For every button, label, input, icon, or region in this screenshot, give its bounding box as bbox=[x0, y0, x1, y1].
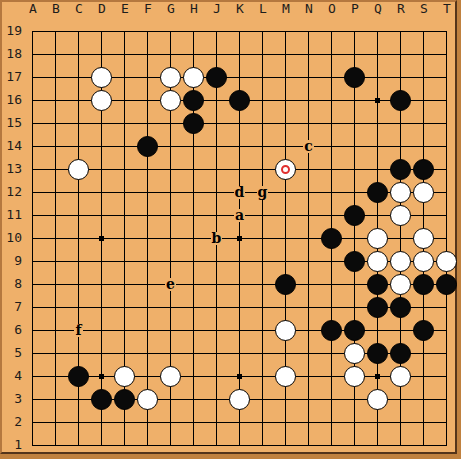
intersection-L13[interactable] bbox=[251, 158, 274, 181]
intersection-C3[interactable] bbox=[67, 388, 90, 411]
intersection-P13[interactable] bbox=[343, 158, 366, 181]
intersection-F11[interactable] bbox=[136, 204, 159, 227]
intersection-C1[interactable] bbox=[67, 434, 90, 457]
intersection-R6[interactable] bbox=[389, 319, 412, 342]
intersection-F16[interactable] bbox=[136, 89, 159, 112]
intersection-M14[interactable] bbox=[274, 135, 297, 158]
intersection-P18[interactable] bbox=[343, 43, 366, 66]
intersection-P3[interactable] bbox=[343, 388, 366, 411]
intersection-N5[interactable] bbox=[297, 342, 320, 365]
intersection-S8[interactable] bbox=[412, 273, 435, 296]
intersection-R2[interactable] bbox=[389, 411, 412, 434]
intersection-F15[interactable] bbox=[136, 112, 159, 135]
intersection-K13[interactable] bbox=[228, 158, 251, 181]
intersection-J14[interactable] bbox=[205, 135, 228, 158]
intersection-E3[interactable] bbox=[113, 388, 136, 411]
intersection-H7[interactable] bbox=[182, 296, 205, 319]
intersection-N2[interactable] bbox=[297, 411, 320, 434]
intersection-H16[interactable] bbox=[182, 89, 205, 112]
intersection-J10[interactable]: b bbox=[205, 227, 228, 250]
intersection-O17[interactable] bbox=[320, 66, 343, 89]
intersection-B12[interactable] bbox=[44, 181, 67, 204]
intersection-G15[interactable] bbox=[159, 112, 182, 135]
intersection-C17[interactable] bbox=[67, 66, 90, 89]
intersection-K4[interactable] bbox=[228, 365, 251, 388]
intersection-B10[interactable] bbox=[44, 227, 67, 250]
intersection-L6[interactable] bbox=[251, 319, 274, 342]
intersection-B18[interactable] bbox=[44, 43, 67, 66]
intersection-S1[interactable] bbox=[412, 434, 435, 457]
intersection-Q18[interactable] bbox=[366, 43, 389, 66]
intersection-M5[interactable] bbox=[274, 342, 297, 365]
intersection-N10[interactable] bbox=[297, 227, 320, 250]
intersection-L14[interactable] bbox=[251, 135, 274, 158]
intersection-G3[interactable] bbox=[159, 388, 182, 411]
intersection-D12[interactable] bbox=[90, 181, 113, 204]
intersection-Q17[interactable] bbox=[366, 66, 389, 89]
intersection-K19[interactable] bbox=[228, 20, 251, 43]
intersection-H10[interactable] bbox=[182, 227, 205, 250]
intersection-M10[interactable] bbox=[274, 227, 297, 250]
intersection-H13[interactable] bbox=[182, 158, 205, 181]
intersection-B7[interactable] bbox=[44, 296, 67, 319]
intersection-P8[interactable] bbox=[343, 273, 366, 296]
intersection-C7[interactable] bbox=[67, 296, 90, 319]
intersection-R5[interactable] bbox=[389, 342, 412, 365]
intersection-E1[interactable] bbox=[113, 434, 136, 457]
intersection-T7[interactable] bbox=[435, 296, 458, 319]
intersection-G13[interactable] bbox=[159, 158, 182, 181]
intersection-S12[interactable] bbox=[412, 181, 435, 204]
intersection-C8[interactable] bbox=[67, 273, 90, 296]
intersection-P5[interactable] bbox=[343, 342, 366, 365]
intersection-E2[interactable] bbox=[113, 411, 136, 434]
intersection-N14[interactable]: c bbox=[297, 135, 320, 158]
intersection-O16[interactable] bbox=[320, 89, 343, 112]
intersection-H11[interactable] bbox=[182, 204, 205, 227]
intersection-E11[interactable] bbox=[113, 204, 136, 227]
intersection-T2[interactable] bbox=[435, 411, 458, 434]
intersection-M17[interactable] bbox=[274, 66, 297, 89]
intersection-H15[interactable] bbox=[182, 112, 205, 135]
intersection-K5[interactable] bbox=[228, 342, 251, 365]
intersection-T15[interactable] bbox=[435, 112, 458, 135]
intersection-P4[interactable] bbox=[343, 365, 366, 388]
intersection-B14[interactable] bbox=[44, 135, 67, 158]
intersection-L7[interactable] bbox=[251, 296, 274, 319]
intersection-E13[interactable] bbox=[113, 158, 136, 181]
intersection-J4[interactable] bbox=[205, 365, 228, 388]
intersection-G7[interactable] bbox=[159, 296, 182, 319]
intersection-K15[interactable] bbox=[228, 112, 251, 135]
intersection-A3[interactable] bbox=[21, 388, 44, 411]
intersection-J17[interactable] bbox=[205, 66, 228, 89]
intersection-M13[interactable] bbox=[274, 158, 297, 181]
intersection-S13[interactable] bbox=[412, 158, 435, 181]
intersection-G12[interactable] bbox=[159, 181, 182, 204]
intersection-Q8[interactable] bbox=[366, 273, 389, 296]
intersection-P12[interactable] bbox=[343, 181, 366, 204]
intersection-N6[interactable] bbox=[297, 319, 320, 342]
intersection-R8[interactable] bbox=[389, 273, 412, 296]
intersection-H18[interactable] bbox=[182, 43, 205, 66]
intersection-E18[interactable] bbox=[113, 43, 136, 66]
intersection-D19[interactable] bbox=[90, 20, 113, 43]
intersection-F17[interactable] bbox=[136, 66, 159, 89]
intersection-C18[interactable] bbox=[67, 43, 90, 66]
intersection-D9[interactable] bbox=[90, 250, 113, 273]
intersection-H1[interactable] bbox=[182, 434, 205, 457]
intersection-A12[interactable] bbox=[21, 181, 44, 204]
intersection-O11[interactable] bbox=[320, 204, 343, 227]
intersection-T17[interactable] bbox=[435, 66, 458, 89]
intersection-N4[interactable] bbox=[297, 365, 320, 388]
intersection-A2[interactable] bbox=[21, 411, 44, 434]
intersection-K12[interactable]: d bbox=[228, 181, 251, 204]
intersection-L3[interactable] bbox=[251, 388, 274, 411]
intersection-J9[interactable] bbox=[205, 250, 228, 273]
intersection-P2[interactable] bbox=[343, 411, 366, 434]
intersection-G14[interactable] bbox=[159, 135, 182, 158]
intersection-D17[interactable] bbox=[90, 66, 113, 89]
intersection-D13[interactable] bbox=[90, 158, 113, 181]
intersection-M9[interactable] bbox=[274, 250, 297, 273]
intersection-R11[interactable] bbox=[389, 204, 412, 227]
intersection-D14[interactable] bbox=[90, 135, 113, 158]
intersection-F4[interactable] bbox=[136, 365, 159, 388]
intersection-A8[interactable] bbox=[21, 273, 44, 296]
intersection-A17[interactable] bbox=[21, 66, 44, 89]
intersection-D7[interactable] bbox=[90, 296, 113, 319]
intersection-S18[interactable] bbox=[412, 43, 435, 66]
intersection-H17[interactable] bbox=[182, 66, 205, 89]
intersection-T4[interactable] bbox=[435, 365, 458, 388]
intersection-F1[interactable] bbox=[136, 434, 159, 457]
intersection-J3[interactable] bbox=[205, 388, 228, 411]
intersection-N1[interactable] bbox=[297, 434, 320, 457]
intersection-R19[interactable] bbox=[389, 20, 412, 43]
intersection-G9[interactable] bbox=[159, 250, 182, 273]
intersection-K10[interactable] bbox=[228, 227, 251, 250]
intersection-N18[interactable] bbox=[297, 43, 320, 66]
intersection-K7[interactable] bbox=[228, 296, 251, 319]
intersection-T13[interactable] bbox=[435, 158, 458, 181]
intersection-A19[interactable] bbox=[21, 20, 44, 43]
intersection-R13[interactable] bbox=[389, 158, 412, 181]
intersection-Q4[interactable] bbox=[366, 365, 389, 388]
intersection-O12[interactable] bbox=[320, 181, 343, 204]
intersection-T1[interactable] bbox=[435, 434, 458, 457]
intersection-S5[interactable] bbox=[412, 342, 435, 365]
intersection-D8[interactable] bbox=[90, 273, 113, 296]
intersection-M11[interactable] bbox=[274, 204, 297, 227]
intersection-H14[interactable] bbox=[182, 135, 205, 158]
intersection-K14[interactable] bbox=[228, 135, 251, 158]
intersection-K3[interactable] bbox=[228, 388, 251, 411]
intersection-N19[interactable] bbox=[297, 20, 320, 43]
intersection-S4[interactable] bbox=[412, 365, 435, 388]
intersection-Q12[interactable] bbox=[366, 181, 389, 204]
intersection-B3[interactable] bbox=[44, 388, 67, 411]
intersection-L12[interactable]: g bbox=[251, 181, 274, 204]
intersection-Q2[interactable] bbox=[366, 411, 389, 434]
intersection-O1[interactable] bbox=[320, 434, 343, 457]
intersection-R12[interactable] bbox=[389, 181, 412, 204]
intersection-J6[interactable] bbox=[205, 319, 228, 342]
intersection-R4[interactable] bbox=[389, 365, 412, 388]
intersection-D1[interactable] bbox=[90, 434, 113, 457]
intersection-G1[interactable] bbox=[159, 434, 182, 457]
intersection-T3[interactable] bbox=[435, 388, 458, 411]
intersection-M19[interactable] bbox=[274, 20, 297, 43]
intersection-S9[interactable] bbox=[412, 250, 435, 273]
intersection-H12[interactable] bbox=[182, 181, 205, 204]
intersection-A10[interactable] bbox=[21, 227, 44, 250]
intersection-T10[interactable] bbox=[435, 227, 458, 250]
intersection-A14[interactable] bbox=[21, 135, 44, 158]
intersection-S19[interactable] bbox=[412, 20, 435, 43]
intersection-J19[interactable] bbox=[205, 20, 228, 43]
intersection-T9[interactable] bbox=[435, 250, 458, 273]
intersection-L5[interactable] bbox=[251, 342, 274, 365]
intersection-C10[interactable] bbox=[67, 227, 90, 250]
intersection-E4[interactable] bbox=[113, 365, 136, 388]
intersection-L8[interactable] bbox=[251, 273, 274, 296]
intersection-M7[interactable] bbox=[274, 296, 297, 319]
intersection-G8[interactable]: e bbox=[159, 273, 182, 296]
intersection-F13[interactable] bbox=[136, 158, 159, 181]
intersection-B1[interactable] bbox=[44, 434, 67, 457]
intersection-P14[interactable] bbox=[343, 135, 366, 158]
intersection-S7[interactable] bbox=[412, 296, 435, 319]
intersection-D3[interactable] bbox=[90, 388, 113, 411]
intersection-Q11[interactable] bbox=[366, 204, 389, 227]
intersection-S10[interactable] bbox=[412, 227, 435, 250]
intersection-G6[interactable] bbox=[159, 319, 182, 342]
intersection-Q7[interactable] bbox=[366, 296, 389, 319]
intersection-N11[interactable] bbox=[297, 204, 320, 227]
intersection-Q1[interactable] bbox=[366, 434, 389, 457]
intersection-L19[interactable] bbox=[251, 20, 274, 43]
intersection-O5[interactable] bbox=[320, 342, 343, 365]
intersection-O7[interactable] bbox=[320, 296, 343, 319]
intersection-L2[interactable] bbox=[251, 411, 274, 434]
intersection-E5[interactable] bbox=[113, 342, 136, 365]
intersection-R10[interactable] bbox=[389, 227, 412, 250]
intersection-G17[interactable] bbox=[159, 66, 182, 89]
intersection-J7[interactable] bbox=[205, 296, 228, 319]
intersection-B16[interactable] bbox=[44, 89, 67, 112]
intersection-K1[interactable] bbox=[228, 434, 251, 457]
intersection-Q16[interactable] bbox=[366, 89, 389, 112]
intersection-L15[interactable] bbox=[251, 112, 274, 135]
intersection-G4[interactable] bbox=[159, 365, 182, 388]
intersection-B19[interactable] bbox=[44, 20, 67, 43]
intersection-H2[interactable] bbox=[182, 411, 205, 434]
intersection-T11[interactable] bbox=[435, 204, 458, 227]
intersection-K18[interactable] bbox=[228, 43, 251, 66]
intersection-S17[interactable] bbox=[412, 66, 435, 89]
intersection-B2[interactable] bbox=[44, 411, 67, 434]
intersection-R7[interactable] bbox=[389, 296, 412, 319]
intersection-A5[interactable] bbox=[21, 342, 44, 365]
intersection-A15[interactable] bbox=[21, 112, 44, 135]
intersection-P9[interactable] bbox=[343, 250, 366, 273]
intersection-L18[interactable] bbox=[251, 43, 274, 66]
intersection-F10[interactable] bbox=[136, 227, 159, 250]
intersection-C2[interactable] bbox=[67, 411, 90, 434]
intersection-J18[interactable] bbox=[205, 43, 228, 66]
intersection-L9[interactable] bbox=[251, 250, 274, 273]
intersection-G18[interactable] bbox=[159, 43, 182, 66]
intersection-K2[interactable] bbox=[228, 411, 251, 434]
intersection-D10[interactable] bbox=[90, 227, 113, 250]
intersection-B5[interactable] bbox=[44, 342, 67, 365]
intersection-J16[interactable] bbox=[205, 89, 228, 112]
intersection-Q9[interactable] bbox=[366, 250, 389, 273]
intersection-H3[interactable] bbox=[182, 388, 205, 411]
intersection-A9[interactable] bbox=[21, 250, 44, 273]
intersection-T8[interactable] bbox=[435, 273, 458, 296]
intersection-Q19[interactable] bbox=[366, 20, 389, 43]
intersection-O9[interactable] bbox=[320, 250, 343, 273]
intersection-F12[interactable] bbox=[136, 181, 159, 204]
intersection-M15[interactable] bbox=[274, 112, 297, 135]
intersection-H8[interactable] bbox=[182, 273, 205, 296]
intersection-B13[interactable] bbox=[44, 158, 67, 181]
intersection-R9[interactable] bbox=[389, 250, 412, 273]
intersection-F5[interactable] bbox=[136, 342, 159, 365]
intersection-D18[interactable] bbox=[90, 43, 113, 66]
intersection-J15[interactable] bbox=[205, 112, 228, 135]
intersection-M12[interactable] bbox=[274, 181, 297, 204]
intersection-A11[interactable] bbox=[21, 204, 44, 227]
intersection-F9[interactable] bbox=[136, 250, 159, 273]
intersection-C14[interactable] bbox=[67, 135, 90, 158]
intersection-A13[interactable] bbox=[21, 158, 44, 181]
intersection-K17[interactable] bbox=[228, 66, 251, 89]
intersection-T12[interactable] bbox=[435, 181, 458, 204]
intersection-M2[interactable] bbox=[274, 411, 297, 434]
intersection-B15[interactable] bbox=[44, 112, 67, 135]
intersection-F2[interactable] bbox=[136, 411, 159, 434]
intersection-Q15[interactable] bbox=[366, 112, 389, 135]
intersection-Q6[interactable] bbox=[366, 319, 389, 342]
intersection-C12[interactable] bbox=[67, 181, 90, 204]
intersection-R15[interactable] bbox=[389, 112, 412, 135]
intersection-Q10[interactable] bbox=[366, 227, 389, 250]
intersection-J1[interactable] bbox=[205, 434, 228, 457]
intersection-L16[interactable] bbox=[251, 89, 274, 112]
intersection-F6[interactable] bbox=[136, 319, 159, 342]
intersection-E6[interactable] bbox=[113, 319, 136, 342]
intersection-E14[interactable] bbox=[113, 135, 136, 158]
intersection-D11[interactable] bbox=[90, 204, 113, 227]
intersection-J8[interactable] bbox=[205, 273, 228, 296]
intersection-C4[interactable] bbox=[67, 365, 90, 388]
intersection-O4[interactable] bbox=[320, 365, 343, 388]
intersection-R14[interactable] bbox=[389, 135, 412, 158]
intersection-F7[interactable] bbox=[136, 296, 159, 319]
intersection-O3[interactable] bbox=[320, 388, 343, 411]
intersection-E8[interactable] bbox=[113, 273, 136, 296]
intersection-D4[interactable] bbox=[90, 365, 113, 388]
intersection-A1[interactable] bbox=[21, 434, 44, 457]
intersection-D16[interactable] bbox=[90, 89, 113, 112]
intersection-P10[interactable] bbox=[343, 227, 366, 250]
intersection-O19[interactable] bbox=[320, 20, 343, 43]
intersection-C9[interactable] bbox=[67, 250, 90, 273]
intersection-D5[interactable] bbox=[90, 342, 113, 365]
intersection-J13[interactable] bbox=[205, 158, 228, 181]
intersection-K8[interactable] bbox=[228, 273, 251, 296]
intersection-B11[interactable] bbox=[44, 204, 67, 227]
intersection-D2[interactable] bbox=[90, 411, 113, 434]
intersection-E7[interactable] bbox=[113, 296, 136, 319]
intersection-G10[interactable] bbox=[159, 227, 182, 250]
intersection-O8[interactable] bbox=[320, 273, 343, 296]
intersection-S15[interactable] bbox=[412, 112, 435, 135]
intersection-M4[interactable] bbox=[274, 365, 297, 388]
intersection-O15[interactable] bbox=[320, 112, 343, 135]
intersection-L11[interactable] bbox=[251, 204, 274, 227]
intersection-C16[interactable] bbox=[67, 89, 90, 112]
intersection-B8[interactable] bbox=[44, 273, 67, 296]
intersection-P17[interactable] bbox=[343, 66, 366, 89]
intersection-M8[interactable] bbox=[274, 273, 297, 296]
intersection-G5[interactable] bbox=[159, 342, 182, 365]
intersection-J5[interactable] bbox=[205, 342, 228, 365]
intersection-B6[interactable] bbox=[44, 319, 67, 342]
intersection-P19[interactable] bbox=[343, 20, 366, 43]
intersection-N16[interactable] bbox=[297, 89, 320, 112]
intersection-J2[interactable] bbox=[205, 411, 228, 434]
intersection-Q14[interactable] bbox=[366, 135, 389, 158]
intersection-L4[interactable] bbox=[251, 365, 274, 388]
intersection-N17[interactable] bbox=[297, 66, 320, 89]
intersection-A18[interactable] bbox=[21, 43, 44, 66]
intersection-Q5[interactable] bbox=[366, 342, 389, 365]
intersection-P16[interactable] bbox=[343, 89, 366, 112]
intersection-F3[interactable] bbox=[136, 388, 159, 411]
intersection-C5[interactable] bbox=[67, 342, 90, 365]
intersection-E17[interactable] bbox=[113, 66, 136, 89]
intersection-K11[interactable]: a bbox=[228, 204, 251, 227]
intersection-T14[interactable] bbox=[435, 135, 458, 158]
intersection-Q13[interactable] bbox=[366, 158, 389, 181]
intersection-S2[interactable] bbox=[412, 411, 435, 434]
intersection-G16[interactable] bbox=[159, 89, 182, 112]
intersection-T18[interactable] bbox=[435, 43, 458, 66]
intersection-R16[interactable] bbox=[389, 89, 412, 112]
intersection-N13[interactable] bbox=[297, 158, 320, 181]
intersection-P11[interactable] bbox=[343, 204, 366, 227]
intersection-N3[interactable] bbox=[297, 388, 320, 411]
intersection-S6[interactable] bbox=[412, 319, 435, 342]
intersection-A16[interactable] bbox=[21, 89, 44, 112]
intersection-N15[interactable] bbox=[297, 112, 320, 135]
intersection-A7[interactable] bbox=[21, 296, 44, 319]
intersection-G19[interactable] bbox=[159, 20, 182, 43]
intersection-D15[interactable] bbox=[90, 112, 113, 135]
intersection-B17[interactable] bbox=[44, 66, 67, 89]
intersection-C11[interactable] bbox=[67, 204, 90, 227]
intersection-M3[interactable] bbox=[274, 388, 297, 411]
intersection-H4[interactable] bbox=[182, 365, 205, 388]
intersection-M1[interactable] bbox=[274, 434, 297, 457]
intersection-K6[interactable] bbox=[228, 319, 251, 342]
intersection-M16[interactable] bbox=[274, 89, 297, 112]
